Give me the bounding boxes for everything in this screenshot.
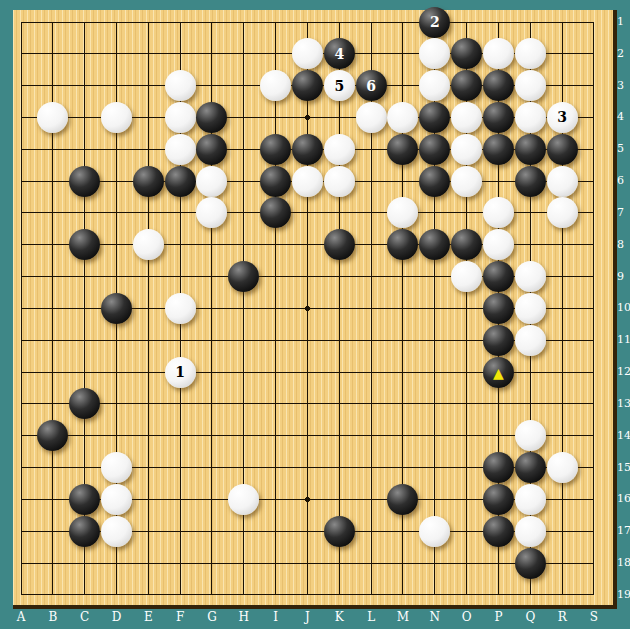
stone-N5[interactable]: [419, 134, 450, 165]
stone-I6[interactable]: [260, 166, 291, 197]
row-label-2: 2: [617, 47, 630, 61]
stone-Q16[interactable]: [515, 484, 546, 515]
stone-P15[interactable]: [483, 452, 514, 483]
stone-B4[interactable]: [37, 102, 68, 133]
stone-G4[interactable]: [196, 102, 227, 133]
row-label-1: 1: [617, 15, 630, 29]
col-label-F: F: [176, 610, 184, 624]
stone-F6[interactable]: [165, 166, 196, 197]
move-number-6: 6: [366, 79, 376, 93]
stone-O2[interactable]: [451, 38, 482, 69]
stone-D4[interactable]: [101, 102, 132, 133]
stone-C13[interactable]: [69, 388, 100, 419]
stone-Q18[interactable]: [515, 548, 546, 579]
row-label-11: 11: [617, 333, 630, 347]
col-label-I: I: [273, 610, 278, 624]
col-label-D: D: [112, 610, 122, 624]
stone-E8[interactable]: [133, 229, 164, 260]
stone-D17[interactable]: [101, 516, 132, 547]
stone-I3[interactable]: [260, 70, 291, 101]
go-diagram: 245631▲ ABCDEFGHIJKLMNOPQRS 123456789101…: [0, 0, 630, 629]
stone-H9[interactable]: [228, 261, 259, 292]
row-label-15: 15: [617, 461, 630, 475]
stone-K3[interactable]: 5: [324, 70, 355, 101]
stone-R7[interactable]: [547, 197, 578, 228]
stone-K2[interactable]: 4: [324, 38, 355, 69]
stone-N3[interactable]: [419, 70, 450, 101]
stone-Q3[interactable]: [515, 70, 546, 101]
stone-O9[interactable]: [451, 261, 482, 292]
stone-N2[interactable]: [419, 38, 450, 69]
stone-P17[interactable]: [483, 516, 514, 547]
stone-Q17[interactable]: [515, 516, 546, 547]
stone-E6[interactable]: [133, 166, 164, 197]
stone-G5[interactable]: [196, 134, 227, 165]
col-label-J: J: [305, 610, 310, 624]
stone-H16[interactable]: [228, 484, 259, 515]
col-label-A: A: [17, 610, 26, 624]
col-label-B: B: [48, 610, 57, 624]
row-label-5: 5: [617, 142, 630, 156]
stone-I7[interactable]: [260, 197, 291, 228]
stone-Q2[interactable]: [515, 38, 546, 69]
stone-O4[interactable]: [451, 102, 482, 133]
stone-J6[interactable]: [292, 166, 323, 197]
stone-Q4[interactable]: [515, 102, 546, 133]
row-label-10: 10: [617, 301, 630, 315]
stone-P9[interactable]: [483, 261, 514, 292]
stone-R6[interactable]: [547, 166, 578, 197]
col-label-E: E: [144, 610, 153, 624]
stone-B14[interactable]: [37, 420, 68, 451]
stone-N8[interactable]: [419, 229, 450, 260]
col-label-O: O: [462, 610, 472, 624]
stone-J2[interactable]: [292, 38, 323, 69]
stone-K17[interactable]: [324, 516, 355, 547]
stone-C6[interactable]: [69, 166, 100, 197]
stone-F5[interactable]: [165, 134, 196, 165]
row-label-17: 17: [617, 524, 630, 538]
stone-K6[interactable]: [324, 166, 355, 197]
move-number-1: 1: [175, 365, 185, 379]
stone-P2[interactable]: [483, 38, 514, 69]
stone-Q14[interactable]: [515, 420, 546, 451]
stone-Q11[interactable]: [515, 325, 546, 356]
stone-Q15[interactable]: [515, 452, 546, 483]
stone-M7[interactable]: [387, 197, 418, 228]
stone-P10[interactable]: [483, 293, 514, 324]
column-labels: ABCDEFGHIJKLMNOPQRS: [13, 609, 621, 629]
stone-R15[interactable]: [547, 452, 578, 483]
stone-P5[interactable]: [483, 134, 514, 165]
col-label-M: M: [397, 610, 409, 624]
stone-D16[interactable]: [101, 484, 132, 515]
stone-F4[interactable]: [165, 102, 196, 133]
go-board[interactable]: 245631▲: [13, 10, 617, 609]
row-label-12: 12: [617, 365, 630, 379]
col-label-R: R: [558, 610, 567, 624]
row-label-7: 7: [617, 206, 630, 220]
row-label-6: 6: [617, 174, 630, 188]
triangle-marker-icon: ▲: [493, 366, 504, 380]
stone-N17[interactable]: [419, 516, 450, 547]
row-labels: 12345678910111213141516171819: [617, 10, 630, 610]
col-label-S: S: [590, 610, 598, 624]
row-label-14: 14: [617, 429, 630, 443]
stone-M5[interactable]: [387, 134, 418, 165]
stone-I5[interactable]: [260, 134, 291, 165]
stone-C16[interactable]: [69, 484, 100, 515]
stone-C8[interactable]: [69, 229, 100, 260]
stone-D15[interactable]: [101, 452, 132, 483]
col-label-H: H: [239, 610, 249, 624]
stone-Q6[interactable]: [515, 166, 546, 197]
stone-M8[interactable]: [387, 229, 418, 260]
stone-J5[interactable]: [292, 134, 323, 165]
stone-D10[interactable]: [101, 293, 132, 324]
row-label-3: 3: [617, 79, 630, 93]
stone-O3[interactable]: [451, 70, 482, 101]
stone-P7[interactable]: [483, 197, 514, 228]
move-number-2: 2: [430, 15, 440, 29]
col-label-L: L: [367, 610, 375, 624]
move-number-3: 3: [557, 110, 567, 124]
stone-P8[interactable]: [483, 229, 514, 260]
row-label-9: 9: [617, 270, 630, 284]
stone-P3[interactable]: [483, 70, 514, 101]
stone-F3[interactable]: [165, 70, 196, 101]
stone-Q5[interactable]: [515, 134, 546, 165]
stone-N4[interactable]: [419, 102, 450, 133]
stone-P11[interactable]: [483, 325, 514, 356]
col-label-P: P: [494, 610, 502, 624]
row-label-18: 18: [617, 556, 630, 570]
stone-P16[interactable]: [483, 484, 514, 515]
stone-N1[interactable]: 2: [419, 7, 450, 38]
col-label-G: G: [207, 610, 217, 624]
row-label-13: 13: [617, 397, 630, 411]
stone-O6[interactable]: [451, 166, 482, 197]
stone-O5[interactable]: [451, 134, 482, 165]
stone-M4[interactable]: [387, 102, 418, 133]
stone-K8[interactable]: [324, 229, 355, 260]
stone-O8[interactable]: [451, 229, 482, 260]
stone-L4[interactable]: [356, 102, 387, 133]
row-label-4: 4: [617, 110, 630, 124]
stone-P12[interactable]: ▲: [483, 357, 514, 388]
stone-G7[interactable]: [196, 197, 227, 228]
col-label-K: K: [335, 610, 344, 624]
col-label-Q: Q: [525, 610, 535, 624]
row-label-8: 8: [617, 238, 630, 252]
move-number-5: 5: [334, 79, 344, 93]
row-label-19: 19: [617, 588, 630, 602]
stone-C17[interactable]: [69, 516, 100, 547]
stone-R5[interactable]: [547, 134, 578, 165]
stone-G6[interactable]: [196, 166, 227, 197]
stone-Q9[interactable]: [515, 261, 546, 292]
stone-K5[interactable]: [324, 134, 355, 165]
stone-F12[interactable]: 1: [165, 357, 196, 388]
col-label-C: C: [80, 610, 89, 624]
stone-J3[interactable]: [292, 70, 323, 101]
row-label-16: 16: [617, 492, 630, 506]
stone-P4[interactable]: [483, 102, 514, 133]
col-label-N: N: [430, 610, 441, 624]
stone-N6[interactable]: [419, 166, 450, 197]
stone-Q10[interactable]: [515, 293, 546, 324]
move-number-4: 4: [334, 47, 344, 61]
stone-L3[interactable]: 6: [356, 70, 387, 101]
stone-M16[interactable]: [387, 484, 418, 515]
stone-R4[interactable]: 3: [547, 102, 578, 133]
stones-layer: 245631▲: [13, 10, 613, 605]
stone-F10[interactable]: [165, 293, 196, 324]
